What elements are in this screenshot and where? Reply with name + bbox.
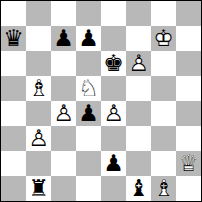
square-c7[interactable]: ♟	[51, 26, 76, 51]
square-f8[interactable]	[126, 1, 151, 26]
square-h7[interactable]	[176, 26, 201, 51]
piece-white-knight: ♘	[76, 76, 101, 101]
piece-black-pawn: ♟	[76, 101, 101, 126]
square-b4[interactable]	[26, 101, 51, 126]
square-h8[interactable]	[176, 1, 201, 26]
square-a7[interactable]: ♛	[1, 26, 26, 51]
square-b6[interactable]	[26, 51, 51, 76]
square-c3[interactable]	[51, 126, 76, 151]
square-f1[interactable]: ♝	[126, 176, 151, 201]
square-a2[interactable]	[1, 151, 26, 176]
square-f4[interactable]	[126, 101, 151, 126]
square-a1[interactable]	[1, 176, 26, 201]
square-b1[interactable]: ♜	[26, 176, 51, 201]
square-f7[interactable]	[126, 26, 151, 51]
square-a3[interactable]	[1, 126, 26, 151]
piece-fill-underlay: ♟	[101, 101, 126, 126]
square-g2[interactable]	[151, 151, 176, 176]
square-g8[interactable]	[151, 1, 176, 26]
square-h3[interactable]	[176, 126, 201, 151]
square-f6[interactable]: ♟♙	[126, 51, 151, 76]
square-c2[interactable]	[51, 151, 76, 176]
square-g6[interactable]	[151, 51, 176, 76]
piece-white-bishop: ♗	[151, 176, 176, 201]
square-h6[interactable]	[176, 51, 201, 76]
square-f2[interactable]	[126, 151, 151, 176]
square-e1[interactable]	[101, 176, 126, 201]
square-d8[interactable]	[76, 1, 101, 26]
piece-black-pawn: ♟	[51, 26, 76, 51]
square-b2[interactable]	[26, 151, 51, 176]
square-a4[interactable]	[1, 101, 26, 126]
square-d1[interactable]	[76, 176, 101, 201]
piece-fill-underlay: ♚	[151, 26, 176, 51]
piece-white-pawn: ♙	[126, 51, 151, 76]
square-d4[interactable]: ♟	[76, 101, 101, 126]
piece-black-rook: ♜	[26, 176, 51, 201]
square-g4[interactable]	[151, 101, 176, 126]
piece-fill-underlay: ♞	[76, 76, 101, 101]
square-d3[interactable]	[76, 126, 101, 151]
square-e3[interactable]	[101, 126, 126, 151]
square-d6[interactable]	[76, 51, 101, 76]
piece-fill-underlay: ♟	[26, 126, 51, 151]
square-d5[interactable]: ♞♘	[76, 76, 101, 101]
square-c8[interactable]	[51, 1, 76, 26]
square-f5[interactable]	[126, 76, 151, 101]
square-c4[interactable]: ♟♙	[51, 101, 76, 126]
square-b3[interactable]: ♟♙	[26, 126, 51, 151]
square-f3[interactable]	[126, 126, 151, 151]
piece-white-bishop: ♗	[26, 76, 51, 101]
square-a8[interactable]	[1, 1, 26, 26]
square-c1[interactable]	[51, 176, 76, 201]
piece-white-queen: ♕	[176, 151, 201, 176]
square-b5[interactable]: ♝♗	[26, 76, 51, 101]
chess-board: ♛♟♟♚♔♚♟♙♝♗♞♘♟♙♟♟♙♟♙♟♛♕♜♝♝♗	[0, 0, 202, 202]
square-e7[interactable]	[101, 26, 126, 51]
square-b8[interactable]	[26, 1, 51, 26]
square-d2[interactable]	[76, 151, 101, 176]
square-a6[interactable]	[1, 51, 26, 76]
square-e5[interactable]	[101, 76, 126, 101]
piece-white-pawn: ♙	[26, 126, 51, 151]
square-e8[interactable]	[101, 1, 126, 26]
piece-fill-underlay: ♟	[51, 101, 76, 126]
square-e6[interactable]: ♚	[101, 51, 126, 76]
square-c6[interactable]	[51, 51, 76, 76]
piece-fill-underlay: ♛	[176, 151, 201, 176]
square-e4[interactable]: ♟♙	[101, 101, 126, 126]
square-g1[interactable]: ♝♗	[151, 176, 176, 201]
piece-white-pawn: ♙	[101, 101, 126, 126]
piece-black-queen: ♛	[1, 26, 26, 51]
piece-black-bishop: ♝	[126, 176, 151, 201]
piece-white-pawn: ♙	[51, 101, 76, 126]
piece-black-pawn: ♟	[76, 26, 101, 51]
square-g5[interactable]	[151, 76, 176, 101]
piece-fill-underlay: ♝	[151, 176, 176, 201]
piece-black-pawn: ♟	[101, 151, 126, 176]
square-g3[interactable]	[151, 126, 176, 151]
piece-white-king: ♔	[151, 26, 176, 51]
square-h1[interactable]	[176, 176, 201, 201]
square-e2[interactable]: ♟	[101, 151, 126, 176]
square-d7[interactable]: ♟	[76, 26, 101, 51]
piece-fill-underlay: ♟	[126, 51, 151, 76]
square-c5[interactable]	[51, 76, 76, 101]
square-a5[interactable]	[1, 76, 26, 101]
piece-black-king: ♚	[101, 51, 126, 76]
square-g7[interactable]: ♚♔	[151, 26, 176, 51]
square-b7[interactable]	[26, 26, 51, 51]
square-h2[interactable]: ♛♕	[176, 151, 201, 176]
square-h4[interactable]	[176, 101, 201, 126]
square-h5[interactable]	[176, 76, 201, 101]
piece-fill-underlay: ♝	[26, 76, 51, 101]
